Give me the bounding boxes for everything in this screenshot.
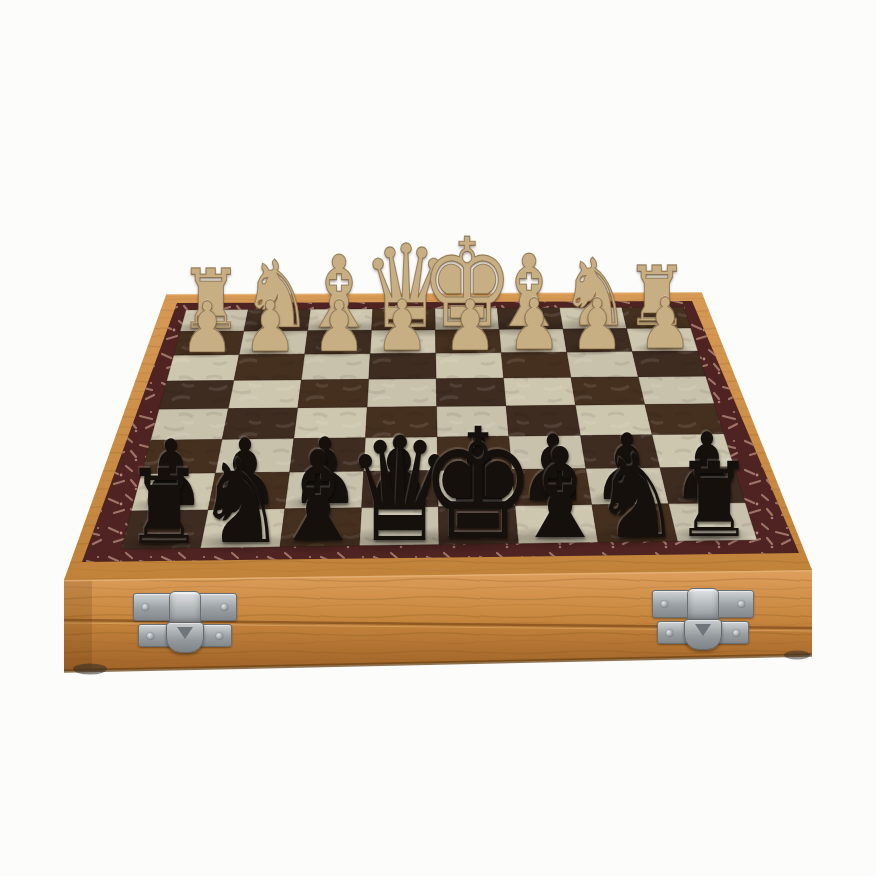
screw-icon	[142, 604, 149, 611]
black-rook[interactable]: ♜	[675, 448, 754, 551]
square-r3-c1[interactable]	[228, 380, 301, 409]
white-pawn[interactable]: ♟	[507, 290, 561, 360]
black-rook[interactable]: ♜	[125, 456, 204, 559]
screw-icon	[147, 632, 154, 639]
screw-icon	[738, 601, 745, 608]
latch-hook	[684, 619, 722, 650]
chess-set-photo: ♜♞♝♛♚♝♞♜♟♟♟♟♟♟♟♟♟♟♟♟♟♟♟♟♜♞♝♛♚♝♞♜	[0, 0, 876, 876]
screw-icon	[661, 601, 668, 608]
white-pawn[interactable]: ♟	[180, 292, 234, 362]
screw-icon	[666, 629, 673, 636]
screw-icon	[221, 604, 228, 611]
square-r3-c0[interactable]	[159, 381, 234, 410]
white-pawn[interactable]: ♟	[244, 292, 298, 362]
right-latch-clasp	[652, 588, 754, 656]
square-r3-c2[interactable]	[298, 379, 369, 408]
white-pawn[interactable]: ♟	[570, 289, 624, 359]
corner-shadow	[784, 651, 810, 660]
latch-hook	[166, 622, 204, 653]
square-r3-c7[interactable]	[638, 376, 714, 404]
white-pawn[interactable]: ♟	[375, 291, 429, 361]
square-r3-c6[interactable]	[571, 377, 645, 405]
screw-icon	[216, 632, 223, 639]
white-pawn[interactable]: ♟	[312, 291, 366, 361]
white-pawn[interactable]: ♟	[444, 290, 498, 360]
corner-shadow	[73, 664, 107, 675]
left-latch-clasp	[133, 591, 237, 661]
white-pawn[interactable]: ♟	[638, 289, 692, 359]
black-knight[interactable]: ♞	[592, 438, 681, 554]
screw-icon	[733, 629, 740, 636]
